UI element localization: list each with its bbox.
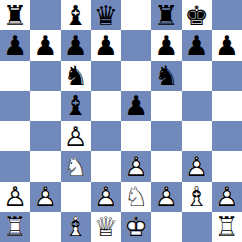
piece-fill: ♜ (151, 0, 181, 30)
black-knight-icon: ♞ (151, 61, 181, 91)
square-a6[interactable] (0, 61, 30, 91)
square-c5[interactable]: ♝ (61, 91, 91, 121)
square-b4[interactable] (30, 121, 60, 151)
square-h6[interactable] (212, 61, 242, 91)
square-g6[interactable] (182, 61, 212, 91)
square-g2[interactable]: ♝♗ (182, 182, 212, 212)
square-a1[interactable]: ♜♖ (0, 212, 30, 242)
black-bishop-icon: ♝ (61, 0, 91, 30)
square-b6[interactable] (30, 61, 60, 91)
square-c8[interactable]: ♝ (61, 0, 91, 30)
white-pawn-icon: ♟♙ (182, 151, 212, 181)
white-queen-icon: ♛♕ (91, 212, 121, 242)
square-f4[interactable] (151, 121, 181, 151)
black-pawn-icon: ♟ (61, 30, 91, 60)
white-knight-icon: ♞♘ (61, 151, 91, 181)
square-d5[interactable] (91, 91, 121, 121)
black-rook-icon: ♜ (151, 0, 181, 30)
piece-outline: ♕ (91, 212, 121, 242)
piece-fill: ♟ (0, 30, 30, 60)
square-g1[interactable] (182, 212, 212, 242)
square-e7[interactable] (121, 30, 151, 60)
black-pawn-icon: ♟ (30, 30, 60, 60)
piece-outline: ♙ (182, 151, 212, 181)
square-h8[interactable] (212, 0, 242, 30)
piece-fill: ♜ (0, 0, 30, 30)
piece-outline: ♙ (91, 182, 121, 212)
piece-outline: ♗ (182, 182, 212, 212)
square-a8[interactable]: ♜ (0, 0, 30, 30)
square-g5[interactable] (182, 91, 212, 121)
piece-fill: ♞ (151, 61, 181, 91)
square-d2[interactable]: ♟♙ (91, 182, 121, 212)
white-pawn-icon: ♟♙ (212, 182, 242, 212)
piece-outline: ♙ (0, 182, 30, 212)
square-g4[interactable] (182, 121, 212, 151)
piece-fill: ♟ (212, 30, 242, 60)
piece-fill: ♟ (151, 30, 181, 60)
piece-outline: ♘ (61, 151, 91, 181)
square-e4[interactable] (121, 121, 151, 151)
piece-outline: ♔ (121, 212, 151, 242)
square-c7[interactable]: ♟ (61, 30, 91, 60)
black-rook-icon: ♜ (0, 0, 30, 30)
piece-fill: ♝ (61, 91, 91, 121)
square-d8[interactable]: ♛ (91, 0, 121, 30)
black-pawn-icon: ♟ (151, 30, 181, 60)
square-h7[interactable]: ♟ (212, 30, 242, 60)
square-g7[interactable]: ♟ (182, 30, 212, 60)
piece-fill: ♛ (91, 0, 121, 30)
black-bishop-icon: ♝ (61, 91, 91, 121)
square-h3[interactable] (212, 151, 242, 181)
square-a2[interactable]: ♟♙ (0, 182, 30, 212)
piece-outline: ♙ (212, 182, 242, 212)
square-d1[interactable]: ♛♕ (91, 212, 121, 242)
white-pawn-icon: ♟♙ (0, 182, 30, 212)
square-h5[interactable] (212, 91, 242, 121)
black-pawn-icon: ♟ (212, 30, 242, 60)
square-f2[interactable]: ♟♙ (151, 182, 181, 212)
piece-fill: ♟ (91, 30, 121, 60)
black-knight-icon: ♞ (61, 61, 91, 91)
piece-outline: ♘ (121, 182, 151, 212)
piece-fill: ♟ (30, 30, 60, 60)
square-e8[interactable] (121, 0, 151, 30)
square-c1[interactable]: ♝♗ (61, 212, 91, 242)
square-f6[interactable]: ♞ (151, 61, 181, 91)
white-rook-icon: ♜♖ (212, 212, 242, 242)
white-knight-icon: ♞♘ (121, 182, 151, 212)
square-e6[interactable] (121, 61, 151, 91)
square-e1[interactable]: ♚♔ (121, 212, 151, 242)
piece-fill: ♞ (61, 61, 91, 91)
black-queen-icon: ♛ (91, 0, 121, 30)
piece-outline: ♙ (121, 151, 151, 181)
square-a7[interactable]: ♟ (0, 30, 30, 60)
square-d4[interactable] (91, 121, 121, 151)
piece-outline: ♙ (30, 182, 60, 212)
square-h4[interactable] (212, 121, 242, 151)
white-rook-icon: ♜♖ (0, 212, 30, 242)
square-h1[interactable]: ♜♖ (212, 212, 242, 242)
square-f1[interactable] (151, 212, 181, 242)
square-f7[interactable]: ♟ (151, 30, 181, 60)
square-e3[interactable]: ♟♙ (121, 151, 151, 181)
square-d6[interactable] (91, 61, 121, 91)
square-h2[interactable]: ♟♙ (212, 182, 242, 212)
square-b2[interactable]: ♟♙ (30, 182, 60, 212)
square-c3[interactable]: ♞♘ (61, 151, 91, 181)
piece-fill: ♟ (182, 30, 212, 60)
square-b3[interactable] (30, 151, 60, 181)
square-g3[interactable]: ♟♙ (182, 151, 212, 181)
piece-fill: ♝ (61, 0, 91, 30)
black-pawn-icon: ♟ (182, 30, 212, 60)
square-e2[interactable]: ♞♘ (121, 182, 151, 212)
piece-fill: ♟ (61, 30, 91, 60)
square-b8[interactable] (30, 0, 60, 30)
square-a4[interactable] (0, 121, 30, 151)
square-f3[interactable] (151, 151, 181, 181)
white-bishop-icon: ♝♗ (182, 182, 212, 212)
black-pawn-icon: ♟ (121, 91, 151, 121)
square-g8[interactable]: ♚ (182, 0, 212, 30)
piece-outline: ♖ (212, 212, 242, 242)
square-e5[interactable]: ♟ (121, 91, 151, 121)
piece-outline: ♖ (0, 212, 30, 242)
white-pawn-icon: ♟♙ (121, 151, 151, 181)
white-pawn-icon: ♟♙ (151, 182, 181, 212)
black-pawn-icon: ♟ (91, 30, 121, 60)
chess-board: ♜♝♛♜♚♟♟♟♟♟♟♟♞♞♝♟♟♙♞♘♟♙♟♙♟♙♟♙♟♙♞♘♟♙♝♗♟♙♜♖… (0, 0, 242, 242)
white-king-icon: ♚♔ (121, 212, 151, 242)
square-a5[interactable] (0, 91, 30, 121)
square-b7[interactable]: ♟ (30, 30, 60, 60)
square-b5[interactable] (30, 91, 60, 121)
white-pawn-icon: ♟♙ (91, 182, 121, 212)
white-pawn-icon: ♟♙ (61, 121, 91, 151)
piece-fill: ♚ (182, 0, 212, 30)
square-c4[interactable]: ♟♙ (61, 121, 91, 151)
piece-outline: ♗ (61, 212, 91, 242)
piece-outline: ♙ (151, 182, 181, 212)
square-d7[interactable]: ♟ (91, 30, 121, 60)
piece-fill: ♟ (121, 91, 151, 121)
piece-outline: ♙ (61, 121, 91, 151)
square-c6[interactable]: ♞ (61, 61, 91, 91)
white-pawn-icon: ♟♙ (30, 182, 60, 212)
white-bishop-icon: ♝♗ (61, 212, 91, 242)
square-f5[interactable] (151, 91, 181, 121)
square-a3[interactable] (0, 151, 30, 181)
square-c2[interactable] (61, 182, 91, 212)
black-king-icon: ♚ (182, 0, 212, 30)
square-d3[interactable] (91, 151, 121, 181)
square-b1[interactable] (30, 212, 60, 242)
square-f8[interactable]: ♜ (151, 0, 181, 30)
black-pawn-icon: ♟ (0, 30, 30, 60)
